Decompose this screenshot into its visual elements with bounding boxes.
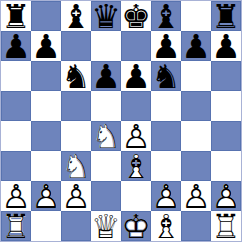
black-rook-a8: ♜ bbox=[1, 1, 31, 31]
square-e1[interactable]: ♚♔ bbox=[121, 211, 151, 241]
square-a4[interactable] bbox=[1, 121, 31, 151]
square-e8[interactable]: ♚ bbox=[121, 1, 151, 31]
square-f1[interactable]: ♝♗ bbox=[151, 211, 181, 241]
white-pawn-icon: ♙ bbox=[61, 181, 91, 211]
black-queen-d8: ♛ bbox=[91, 1, 121, 31]
black-pawn-b7: ♟ bbox=[31, 31, 61, 61]
black-pawn-e6: ♟ bbox=[121, 61, 151, 91]
square-e5[interactable] bbox=[121, 91, 151, 121]
square-b8[interactable] bbox=[31, 1, 61, 31]
black-rook-icon: ♜ bbox=[1, 1, 31, 31]
square-d6[interactable]: ♟ bbox=[91, 61, 121, 91]
square-f3[interactable] bbox=[151, 151, 181, 181]
white-pawn-g2: ♟♙ bbox=[181, 181, 211, 211]
black-pawn-icon: ♟ bbox=[121, 61, 151, 91]
white-pawn-fill-glyph: ♟ bbox=[211, 181, 241, 211]
white-bishop-icon: ♗ bbox=[121, 151, 151, 181]
square-h3[interactable] bbox=[211, 151, 241, 181]
square-a3[interactable] bbox=[1, 151, 31, 181]
square-d7[interactable] bbox=[91, 31, 121, 61]
black-king-icon: ♚ bbox=[121, 1, 151, 31]
square-b6[interactable] bbox=[31, 61, 61, 91]
black-rook-icon: ♜ bbox=[211, 1, 241, 31]
black-bishop-icon: ♝ bbox=[61, 1, 91, 31]
black-pawn-d6: ♟ bbox=[91, 61, 121, 91]
white-pawn-c2: ♟♙ bbox=[61, 181, 91, 211]
square-e2[interactable] bbox=[121, 181, 151, 211]
square-c4[interactable] bbox=[61, 121, 91, 151]
square-h8[interactable]: ♜ bbox=[211, 1, 241, 31]
square-f6[interactable]: ♞ bbox=[151, 61, 181, 91]
square-b7[interactable]: ♟ bbox=[31, 31, 61, 61]
white-pawn-fill-glyph: ♟ bbox=[121, 121, 151, 151]
white-pawn-a2: ♟♙ bbox=[1, 181, 31, 211]
black-knight-icon: ♞ bbox=[151, 61, 181, 91]
white-bishop-fill-glyph: ♝ bbox=[121, 151, 151, 181]
square-d2[interactable] bbox=[91, 181, 121, 211]
white-rook-h1: ♜♖ bbox=[211, 211, 241, 241]
white-bishop-e3: ♝♗ bbox=[121, 151, 151, 181]
black-pawn-f7: ♟ bbox=[151, 31, 181, 61]
black-pawn-g7: ♟ bbox=[181, 31, 211, 61]
square-h4[interactable] bbox=[211, 121, 241, 151]
black-pawn-icon: ♟ bbox=[31, 31, 61, 61]
black-bishop-c8: ♝ bbox=[61, 1, 91, 31]
square-g5[interactable] bbox=[181, 91, 211, 121]
white-pawn-icon: ♙ bbox=[121, 121, 151, 151]
square-b2[interactable]: ♟♙ bbox=[31, 181, 61, 211]
square-c2[interactable]: ♟♙ bbox=[61, 181, 91, 211]
white-pawn-fill-glyph: ♟ bbox=[61, 181, 91, 211]
square-h7[interactable]: ♟ bbox=[211, 31, 241, 61]
white-knight-c3: ♞♘ bbox=[61, 151, 91, 181]
white-bishop-f1: ♝♗ bbox=[151, 211, 181, 241]
white-knight-icon: ♘ bbox=[91, 121, 121, 151]
white-pawn-icon: ♙ bbox=[211, 181, 241, 211]
square-h6[interactable] bbox=[211, 61, 241, 91]
white-pawn-fill-glyph: ♟ bbox=[181, 181, 211, 211]
black-bishop-f8: ♝ bbox=[151, 1, 181, 31]
chess-board: ♜♝♛♚♝♜♟♟♟♟♟♞♟♟♞♞♘♟♙♞♘♝♗♟♙♟♙♟♙♟♙♟♙♟♙♜♖♛♕♚… bbox=[0, 0, 242, 242]
white-pawn-icon: ♙ bbox=[1, 181, 31, 211]
black-knight-f6: ♞ bbox=[151, 61, 181, 91]
square-a8[interactable]: ♜ bbox=[1, 1, 31, 31]
square-f4[interactable] bbox=[151, 121, 181, 151]
square-c5[interactable] bbox=[61, 91, 91, 121]
white-rook-icon: ♖ bbox=[1, 211, 31, 241]
square-c6[interactable]: ♞ bbox=[61, 61, 91, 91]
black-bishop-icon: ♝ bbox=[151, 1, 181, 31]
white-queen-icon: ♕ bbox=[91, 211, 121, 241]
square-b3[interactable] bbox=[31, 151, 61, 181]
square-c3[interactable]: ♞♘ bbox=[61, 151, 91, 181]
black-pawn-icon: ♟ bbox=[181, 31, 211, 61]
white-pawn-fill-glyph: ♟ bbox=[1, 181, 31, 211]
white-queen-d1: ♛♕ bbox=[91, 211, 121, 241]
square-h5[interactable] bbox=[211, 91, 241, 121]
black-rook-h8: ♜ bbox=[211, 1, 241, 31]
white-pawn-e4: ♟♙ bbox=[121, 121, 151, 151]
white-pawn-f2: ♟♙ bbox=[151, 181, 181, 211]
white-king-icon: ♔ bbox=[121, 211, 151, 241]
square-b5[interactable] bbox=[31, 91, 61, 121]
white-pawn-fill-glyph: ♟ bbox=[151, 181, 181, 211]
white-knight-d4: ♞♘ bbox=[91, 121, 121, 151]
white-rook-a1: ♜♖ bbox=[1, 211, 31, 241]
black-pawn-icon: ♟ bbox=[91, 61, 121, 91]
square-g1[interactable] bbox=[181, 211, 211, 241]
white-pawn-icon: ♙ bbox=[151, 181, 181, 211]
white-pawn-h2: ♟♙ bbox=[211, 181, 241, 211]
black-pawn-icon: ♟ bbox=[151, 31, 181, 61]
square-e7[interactable] bbox=[121, 31, 151, 61]
square-f2[interactable]: ♟♙ bbox=[151, 181, 181, 211]
white-bishop-fill-glyph: ♝ bbox=[151, 211, 181, 241]
square-b4[interactable] bbox=[31, 121, 61, 151]
white-bishop-icon: ♗ bbox=[151, 211, 181, 241]
square-d5[interactable] bbox=[91, 91, 121, 121]
square-a5[interactable] bbox=[1, 91, 31, 121]
white-rook-fill-glyph: ♜ bbox=[1, 211, 31, 241]
square-d3[interactable] bbox=[91, 151, 121, 181]
black-pawn-icon: ♟ bbox=[1, 31, 31, 61]
square-f8[interactable]: ♝ bbox=[151, 1, 181, 31]
white-pawn-b2: ♟♙ bbox=[31, 181, 61, 211]
square-g3[interactable] bbox=[181, 151, 211, 181]
black-king-e8: ♚ bbox=[121, 1, 151, 31]
square-a7[interactable]: ♟ bbox=[1, 31, 31, 61]
white-knight-fill-glyph: ♞ bbox=[91, 121, 121, 151]
black-knight-icon: ♞ bbox=[61, 61, 91, 91]
square-h2[interactable]: ♟♙ bbox=[211, 181, 241, 211]
square-g7[interactable]: ♟ bbox=[181, 31, 211, 61]
square-e6[interactable]: ♟ bbox=[121, 61, 151, 91]
square-g2[interactable]: ♟♙ bbox=[181, 181, 211, 211]
square-f7[interactable]: ♟ bbox=[151, 31, 181, 61]
black-pawn-icon: ♟ bbox=[211, 31, 241, 61]
black-pawn-h7: ♟ bbox=[211, 31, 241, 61]
white-rook-fill-glyph: ♜ bbox=[211, 211, 241, 241]
black-queen-icon: ♛ bbox=[91, 1, 121, 31]
square-a2[interactable]: ♟♙ bbox=[1, 181, 31, 211]
white-queen-fill-glyph: ♛ bbox=[91, 211, 121, 241]
white-pawn-fill-glyph: ♟ bbox=[31, 181, 61, 211]
square-a1[interactable]: ♜♖ bbox=[1, 211, 31, 241]
square-d4[interactable]: ♞♘ bbox=[91, 121, 121, 151]
square-d1[interactable]: ♛♕ bbox=[91, 211, 121, 241]
white-pawn-icon: ♙ bbox=[181, 181, 211, 211]
square-c1[interactable] bbox=[61, 211, 91, 241]
square-h1[interactable]: ♜♖ bbox=[211, 211, 241, 241]
square-b1[interactable] bbox=[31, 211, 61, 241]
white-king-e1: ♚♔ bbox=[121, 211, 151, 241]
square-g4[interactable] bbox=[181, 121, 211, 151]
square-c7[interactable] bbox=[61, 31, 91, 61]
black-knight-c6: ♞ bbox=[61, 61, 91, 91]
white-king-fill-glyph: ♚ bbox=[121, 211, 151, 241]
square-a6[interactable] bbox=[1, 61, 31, 91]
square-c8[interactable]: ♝ bbox=[61, 1, 91, 31]
square-g6[interactable] bbox=[181, 61, 211, 91]
square-f5[interactable] bbox=[151, 91, 181, 121]
square-g8[interactable] bbox=[181, 1, 211, 31]
white-knight-icon: ♘ bbox=[61, 151, 91, 181]
square-e4[interactable]: ♟♙ bbox=[121, 121, 151, 151]
white-pawn-icon: ♙ bbox=[31, 181, 61, 211]
white-knight-fill-glyph: ♞ bbox=[61, 151, 91, 181]
black-pawn-a7: ♟ bbox=[1, 31, 31, 61]
square-e3[interactable]: ♝♗ bbox=[121, 151, 151, 181]
square-d8[interactable]: ♛ bbox=[91, 1, 121, 31]
white-rook-icon: ♖ bbox=[211, 211, 241, 241]
